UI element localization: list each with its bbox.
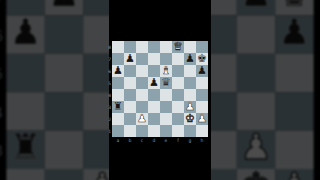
piece-black-pawn: ♟ (125, 53, 135, 65)
square-d5: ♟ (148, 77, 160, 89)
file-label-h: h (196, 138, 208, 143)
square-h4 (275, 92, 313, 130)
square-c2: ♟ (136, 113, 148, 125)
square-c1 (136, 125, 148, 137)
square-h5 (275, 54, 313, 92)
square-g2: ♚ (184, 113, 196, 125)
square-b2 (124, 113, 136, 125)
rank-label-8: 8 (106, 41, 111, 53)
rank-label-6: 6 (0, 15, 3, 53)
rank-label-1: 1 (106, 125, 111, 137)
square-g6 (184, 65, 196, 77)
square-b3 (124, 101, 136, 113)
square-h3 (275, 131, 313, 169)
board-grid: ♛♟♟♚♟♝♟♟♛♜♟♟♚♟ (112, 41, 208, 137)
square-g7: ♟ (237, 0, 275, 15)
square-a4 (6, 92, 44, 130)
square-g3: ♟ (237, 131, 275, 169)
square-b3 (45, 131, 83, 169)
rank-label-7: 7 (0, 0, 3, 15)
square-e5: ♛ (160, 77, 172, 89)
square-g1 (184, 125, 196, 137)
piece-white-pawn: ♟ (197, 113, 207, 125)
square-a2 (6, 169, 44, 180)
square-d4 (148, 89, 160, 101)
piece-white-pawn: ♟ (279, 169, 311, 180)
square-h1 (196, 125, 208, 137)
square-g7: ♟ (184, 53, 196, 65)
file-label-b: b (124, 138, 136, 143)
square-h2: ♟ (196, 113, 208, 125)
square-f5 (172, 77, 184, 89)
square-d2 (148, 113, 160, 125)
square-e4 (160, 89, 172, 101)
piece-black-queen: ♛ (161, 77, 171, 89)
file-label-a: a (112, 138, 124, 143)
piece-black-rook: ♜ (10, 131, 42, 169)
square-g6 (237, 15, 275, 53)
square-h4 (196, 89, 208, 101)
file-labels: abcdefgh (112, 138, 208, 143)
rank-label-6: 6 (106, 65, 111, 77)
chess-board-area: 87654321abcdefgh♛♟♟♚♟♝♟♟♛♜♟♟♚♟ (112, 41, 208, 137)
file-label-g: g (184, 138, 196, 143)
piece-black-pawn: ♟ (240, 0, 272, 15)
square-b1 (124, 125, 136, 137)
square-h5 (196, 77, 208, 89)
square-a5 (6, 54, 44, 92)
square-a2 (112, 113, 124, 125)
piece-black-pawn: ♟ (113, 65, 123, 77)
square-c5 (136, 77, 148, 89)
rank-labels: 87654321 (106, 41, 111, 137)
square-b7: ♟ (45, 0, 83, 15)
rank-label-3: 3 (0, 131, 3, 169)
square-b6 (124, 65, 136, 77)
square-h6: ♟ (275, 15, 313, 53)
piece-white-pawn: ♟ (137, 113, 147, 125)
square-g4 (237, 92, 275, 130)
square-a6: ♟ (6, 15, 44, 53)
rank-label-5: 5 (106, 77, 111, 89)
rank-labels: 87654321 (0, 0, 3, 180)
rank-label-2: 2 (106, 113, 111, 125)
piece-white-king: ♚ (240, 169, 272, 180)
square-a6: ♟ (112, 65, 124, 77)
square-b4 (45, 92, 83, 130)
square-b6 (45, 15, 83, 53)
square-e3 (160, 101, 172, 113)
file-label-d: d (148, 138, 160, 143)
square-c6 (136, 65, 148, 77)
square-f6 (172, 65, 184, 77)
rank-label-5: 5 (0, 54, 3, 92)
square-a5 (112, 77, 124, 89)
square-f8: ♛ (172, 41, 184, 53)
piece-white-king: ♚ (185, 113, 195, 125)
square-d1 (148, 125, 160, 137)
square-a8 (112, 41, 124, 53)
square-e8 (160, 41, 172, 53)
chess-board: 87654321abcdefgh♛♟♟♚♟♝♟♟♛♜♟♟♚♟ (112, 41, 208, 137)
piece-black-pawn: ♟ (185, 53, 195, 65)
square-f2 (172, 113, 184, 125)
square-a3: ♜ (6, 131, 44, 169)
square-f3 (172, 101, 184, 113)
rank-label-2: 2 (0, 169, 3, 180)
square-f4 (172, 89, 184, 101)
square-e2 (160, 113, 172, 125)
square-c7 (136, 53, 148, 65)
piece-white-queen: ♛ (173, 41, 183, 53)
rank-label-4: 4 (106, 89, 111, 101)
square-a1 (112, 125, 124, 137)
rank-label-7: 7 (106, 53, 111, 65)
square-b4 (124, 89, 136, 101)
rank-label-3: 3 (106, 101, 111, 113)
piece-white-pawn: ♟ (240, 131, 272, 169)
square-h2: ♟ (275, 169, 313, 180)
file-label-e: e (160, 138, 172, 143)
square-d7 (148, 53, 160, 65)
file-label-f: f (172, 138, 184, 143)
square-b5 (124, 77, 136, 89)
square-c4 (136, 89, 148, 101)
square-f7 (172, 53, 184, 65)
square-g5 (184, 77, 196, 89)
square-b2 (45, 169, 83, 180)
square-d8 (148, 41, 160, 53)
square-d3 (148, 101, 160, 113)
square-a3: ♜ (112, 101, 124, 113)
piece-black-rook: ♜ (113, 101, 123, 113)
square-b7: ♟ (124, 53, 136, 65)
piece-black-pawn: ♟ (10, 15, 42, 53)
square-g5 (237, 54, 275, 92)
square-e1 (160, 125, 172, 137)
square-c8 (136, 41, 148, 53)
file-label-c: c (136, 138, 148, 143)
rank-label-4: 4 (0, 92, 3, 130)
piece-black-pawn: ♟ (279, 15, 311, 53)
square-f1 (172, 125, 184, 137)
piece-black-pawn: ♟ (149, 77, 159, 89)
piece-black-pawn: ♟ (48, 0, 80, 15)
piece-black-pawn: ♟ (197, 65, 207, 77)
video-frame: 87654321abcdefgh♛♟♟♚♟♝♟♟♛♜♟♟♚♟ 87654321a… (0, 0, 320, 180)
square-h6: ♟ (196, 65, 208, 77)
square-b5 (45, 54, 83, 92)
square-g2: ♚ (237, 169, 275, 180)
